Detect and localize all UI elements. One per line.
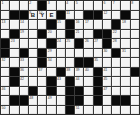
grid-cell[interactable] <box>103 58 111 67</box>
grid-cell[interactable]: 48 <box>29 96 37 105</box>
black-cell <box>94 30 102 39</box>
black-cell <box>75 58 83 67</box>
grid-cell[interactable]: 50 <box>1 106 9 115</box>
black-cell <box>121 11 129 20</box>
clue-number: 16 <box>76 20 80 24</box>
black-cell <box>75 39 83 48</box>
grid-cell[interactable]: 30 <box>103 49 111 58</box>
grid-cell[interactable] <box>10 20 18 29</box>
grid-cell[interactable]: 1 <box>1 1 9 10</box>
grid-cell[interactable] <box>38 20 46 29</box>
clue-number: 31 <box>122 49 126 53</box>
grid-cell[interactable] <box>121 68 129 77</box>
grid-cell[interactable]: 17 <box>84 20 92 29</box>
black-cell <box>103 39 111 48</box>
clue-number: 39 <box>76 68 80 72</box>
black-cell <box>94 77 102 86</box>
grid-cell[interactable]: 21 <box>75 30 83 39</box>
grid-cell[interactable]: 16 <box>75 20 83 29</box>
clue-number: 28 <box>113 39 117 43</box>
grid-cell[interactable] <box>121 39 129 48</box>
black-cell <box>1 49 9 58</box>
grid-cell[interactable]: 33 <box>20 58 28 67</box>
grid-cell[interactable]: 6 <box>103 1 111 10</box>
clue-number: 24 <box>57 39 61 43</box>
black-cell <box>20 96 28 105</box>
clue-number: 3 <box>48 1 50 5</box>
grid-cell[interactable] <box>1 77 9 86</box>
grid-cell[interactable] <box>20 1 28 10</box>
clue-number: 40 <box>85 68 89 72</box>
black-cell <box>121 96 129 105</box>
clue-number: 46 <box>2 87 6 91</box>
black-cell <box>20 49 28 58</box>
grid-cell[interactable] <box>20 106 28 115</box>
black-cell <box>66 77 74 86</box>
filled-letter: Y <box>38 11 46 20</box>
black-cell <box>38 30 46 39</box>
grid-cell[interactable]: 51 <box>75 106 83 115</box>
clue-number: 25 <box>66 39 70 43</box>
grid-cell[interactable] <box>131 11 139 20</box>
grid-cell[interactable]: E <box>47 11 55 20</box>
grid-cell[interactable] <box>112 87 120 96</box>
grid-cell[interactable] <box>103 106 111 115</box>
grid-cell[interactable] <box>57 1 65 10</box>
grid-cell[interactable]: 9B <box>29 11 37 20</box>
grid-cell[interactable]: 28 <box>112 39 120 48</box>
black-cell <box>47 77 55 86</box>
grid-cell[interactable] <box>131 77 139 86</box>
grid-cell[interactable] <box>10 49 18 58</box>
grid-cell[interactable]: 36 <box>20 68 28 77</box>
grid-cell[interactable]: 49 <box>47 96 55 105</box>
grid-cell[interactable] <box>112 106 120 115</box>
grid-cell[interactable] <box>38 39 46 48</box>
black-cell <box>84 58 92 67</box>
grid-cell[interactable] <box>57 87 65 96</box>
grid-cell[interactable]: 31 <box>121 49 129 58</box>
clue-number: 19 <box>20 30 24 34</box>
clue-number: 7 <box>113 1 115 5</box>
grid-cell[interactable] <box>131 20 139 29</box>
grid-cell[interactable] <box>29 30 37 39</box>
grid-cell[interactable] <box>29 39 37 48</box>
grid-cell[interactable]: 27 <box>94 39 102 48</box>
grid-cell[interactable] <box>20 39 28 48</box>
grid-cell[interactable] <box>1 11 9 20</box>
black-cell <box>38 49 46 58</box>
grid-cell[interactable] <box>1 30 9 39</box>
grid-cell[interactable] <box>10 58 18 67</box>
clue-number: 51 <box>76 106 80 110</box>
grid-cell[interactable]: 25 <box>66 39 74 48</box>
grid-cell[interactable]: 37 <box>38 68 46 77</box>
grid-cell[interactable] <box>121 1 129 10</box>
grid-cell[interactable]: 29 <box>47 49 55 58</box>
black-cell <box>94 87 102 96</box>
clue-number: 18 <box>122 20 126 24</box>
grid-cell[interactable] <box>66 49 74 58</box>
grid-cell[interactable]: 12 <box>103 11 111 20</box>
clue-number: 6 <box>103 1 105 5</box>
clue-number: 20 <box>48 30 52 34</box>
black-cell <box>10 68 18 77</box>
black-cell <box>75 96 83 105</box>
grid-cell[interactable] <box>57 106 65 115</box>
clue-number: 12 <box>103 11 107 15</box>
black-cell <box>10 30 18 39</box>
grid-cell[interactable]: 22 <box>112 30 120 39</box>
grid-cell[interactable]: 23 <box>10 39 18 48</box>
clue-number: 43 <box>57 77 61 81</box>
grid-cell[interactable]: 41 <box>103 68 111 77</box>
clue-number: 42 <box>20 77 24 81</box>
grid-cell[interactable]: 18 <box>121 20 129 29</box>
grid-cell[interactable]: 13 <box>1 20 9 29</box>
grid-cell[interactable] <box>131 49 139 58</box>
black-cell <box>75 87 83 96</box>
grid-cell[interactable] <box>75 11 83 20</box>
black-cell <box>47 87 55 96</box>
black-cell <box>94 96 102 105</box>
grid-cell[interactable]: 26 <box>84 39 92 48</box>
grid-cell[interactable] <box>10 106 18 115</box>
grid-cell[interactable]: 34 <box>47 58 55 67</box>
grid-cell[interactable] <box>112 11 120 20</box>
clue-number: 15 <box>57 20 61 24</box>
clue-number: 22 <box>113 30 117 34</box>
clue-number: 37 <box>39 68 43 72</box>
grid-cell[interactable] <box>131 106 139 115</box>
black-cell <box>94 11 102 20</box>
grid-cell[interactable] <box>29 58 37 67</box>
grid-cell[interactable]: 39 <box>75 68 83 77</box>
grid-cell[interactable] <box>94 20 102 29</box>
grid-cell[interactable] <box>131 87 139 96</box>
grid-cell[interactable]: 43 <box>57 77 65 86</box>
grid-cell[interactable] <box>57 96 65 105</box>
grid-cell[interactable] <box>75 49 83 58</box>
grid-cell[interactable] <box>38 87 46 96</box>
grid-cell[interactable]: 11 <box>66 11 74 20</box>
grid-cell[interactable] <box>84 87 92 96</box>
clue-number: 29 <box>48 49 52 53</box>
black-cell <box>112 49 120 58</box>
grid-cell[interactable] <box>121 106 129 115</box>
clue-number: 11 <box>66 11 70 15</box>
crossword-grid: 123456789B10YE11121314151617181920212223… <box>0 0 140 115</box>
clue-number: 21 <box>76 30 80 34</box>
clue-number: 4 <box>66 1 68 5</box>
grid-cell[interactable] <box>20 87 28 96</box>
grid-cell[interactable] <box>121 87 129 96</box>
grid-cell[interactable] <box>66 58 74 67</box>
grid-cell[interactable] <box>131 58 139 67</box>
grid-cell[interactable]: 47 <box>103 87 111 96</box>
black-cell <box>57 11 65 20</box>
grid-cell[interactable] <box>84 106 92 115</box>
grid-cell[interactable] <box>10 87 18 96</box>
grid-cell[interactable] <box>57 58 65 67</box>
grid-cell[interactable] <box>1 96 9 105</box>
clue-number: 34 <box>48 58 52 62</box>
grid-cell[interactable] <box>94 1 102 10</box>
grid-cell[interactable] <box>121 30 129 39</box>
grid-cell[interactable] <box>112 58 120 67</box>
grid-cell[interactable] <box>10 1 18 10</box>
black-cell <box>47 39 55 48</box>
grid-cell[interactable]: 2 <box>29 1 37 10</box>
clue-number: 2 <box>29 1 31 5</box>
grid-cell[interactable] <box>84 77 92 86</box>
grid-cell[interactable]: 44 <box>75 77 83 86</box>
black-cell <box>112 96 120 105</box>
grid-cell[interactable]: 3 <box>47 1 55 10</box>
grid-cell[interactable] <box>57 49 65 58</box>
grid-cell[interactable] <box>47 68 55 77</box>
grid-cell[interactable] <box>47 106 55 115</box>
grid-cell[interactable] <box>29 77 37 86</box>
black-cell <box>66 20 74 29</box>
grid-cell[interactable]: 42 <box>20 77 28 86</box>
filled-letter: E <box>47 11 55 20</box>
grid-cell[interactable] <box>94 49 102 58</box>
clue-number: 35 <box>94 58 98 62</box>
black-cell <box>94 68 102 77</box>
clue-number: 49 <box>48 96 52 100</box>
black-cell <box>66 30 74 39</box>
grid-cell[interactable] <box>38 77 46 86</box>
grid-cell[interactable] <box>57 30 65 39</box>
grid-cell[interactable] <box>29 20 37 29</box>
clue-number: 8 <box>131 1 133 5</box>
grid-cell[interactable] <box>103 20 111 29</box>
grid-cell[interactable]: 24 <box>57 39 65 48</box>
clue-number: 45 <box>103 77 107 81</box>
clue-number: 5 <box>76 1 78 5</box>
clue-number: 47 <box>103 87 107 91</box>
grid-cell[interactable]: 40 <box>84 68 92 77</box>
clue-number: 23 <box>11 39 15 43</box>
grid-cell[interactable] <box>84 49 92 58</box>
black-cell <box>20 11 28 20</box>
clue-number: 38 <box>66 68 70 72</box>
clue-number: 44 <box>76 77 80 81</box>
grid-cell[interactable]: 20 <box>47 30 55 39</box>
grid-cell[interactable]: 32 <box>1 58 9 67</box>
clue-number: 26 <box>85 39 89 43</box>
grid-cell[interactable] <box>29 49 37 58</box>
black-cell <box>57 68 65 77</box>
grid-cell[interactable]: 19 <box>20 30 28 39</box>
grid-cell[interactable]: 4 <box>66 1 74 10</box>
black-cell <box>1 39 9 48</box>
grid-cell[interactable] <box>121 77 129 86</box>
black-cell <box>29 87 37 96</box>
grid-cell[interactable] <box>38 96 46 105</box>
black-cell <box>103 30 111 39</box>
grid-cell[interactable] <box>29 106 37 115</box>
clue-number: 33 <box>20 58 24 62</box>
grid-cell[interactable]: 35 <box>94 58 102 67</box>
black-cell <box>66 106 74 115</box>
clue-number: 48 <box>29 96 33 100</box>
grid-cell[interactable] <box>84 96 92 105</box>
grid-cell[interactable] <box>94 106 102 115</box>
black-cell <box>112 20 120 29</box>
grid-cell[interactable] <box>84 30 92 39</box>
grid-cell[interactable]: 7 <box>112 1 120 10</box>
black-cell <box>10 96 18 105</box>
clue-number: 32 <box>2 58 6 62</box>
grid-cell[interactable] <box>84 1 92 10</box>
grid-cell[interactable]: 14 <box>20 20 28 29</box>
grid-cell[interactable]: 45 <box>103 77 111 86</box>
black-cell <box>38 58 46 67</box>
grid-cell[interactable] <box>112 77 120 86</box>
grid-cell[interactable] <box>112 68 120 77</box>
black-cell <box>47 20 55 29</box>
clue-number: 30 <box>103 49 107 53</box>
black-cell <box>84 11 92 20</box>
clue-number: 50 <box>2 106 6 110</box>
black-cell <box>38 1 46 10</box>
grid-cell[interactable] <box>121 58 129 67</box>
black-cell <box>10 77 18 86</box>
grid-cell[interactable] <box>131 39 139 48</box>
grid-cell[interactable] <box>103 96 111 105</box>
filled-letter: B <box>29 11 37 20</box>
black-cell <box>131 68 139 77</box>
grid-cell[interactable] <box>131 30 139 39</box>
black-cell <box>66 96 74 105</box>
grid-cell[interactable]: 10Y <box>38 11 46 20</box>
grid-cell[interactable] <box>131 96 139 105</box>
clue-number: 1 <box>2 1 4 5</box>
clue-number: 27 <box>94 39 98 43</box>
black-cell <box>66 87 74 96</box>
grid-cell[interactable] <box>29 68 37 77</box>
clue-number: 41 <box>103 68 107 72</box>
clue-number: 36 <box>20 68 24 72</box>
clue-number: 14 <box>20 20 24 24</box>
clue-number: 13 <box>2 20 6 24</box>
black-cell <box>10 11 18 20</box>
grid-cell[interactable]: 8 <box>131 1 139 10</box>
grid-cell[interactable]: 38 <box>66 68 74 77</box>
grid-cell[interactable] <box>1 68 9 77</box>
grid-cell[interactable]: 15 <box>57 20 65 29</box>
grid-cell[interactable] <box>38 106 46 115</box>
grid-cell[interactable]: 46 <box>1 87 9 96</box>
grid-cell[interactable]: 5 <box>75 1 83 10</box>
clue-number: 17 <box>85 20 89 24</box>
